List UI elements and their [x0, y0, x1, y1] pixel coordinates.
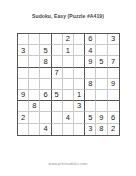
cell-r5c8[interactable] [96, 79, 107, 90]
cell-r3c8[interactable]: 5 [96, 56, 107, 67]
cell-r7c5[interactable] [63, 101, 74, 112]
cell-r8c9[interactable]: 6 [108, 112, 119, 123]
cell-r2c5[interactable]: 1 [63, 45, 74, 56]
cell-r2c6[interactable] [74, 45, 85, 56]
cell-r4c4[interactable]: 7 [52, 68, 63, 79]
cell-r2c4[interactable] [52, 45, 63, 56]
cell-r3c9[interactable]: 7 [108, 56, 119, 67]
cell-r5c4[interactable] [52, 79, 63, 90]
cell-r4c3[interactable] [40, 68, 51, 79]
cell-r4c8[interactable] [96, 68, 107, 79]
cell-r2c1[interactable]: 3 [18, 45, 29, 56]
cell-r2c3[interactable]: 5 [40, 45, 51, 56]
cell-r9c1[interactable] [18, 124, 29, 135]
cell-r3c4[interactable] [52, 56, 63, 67]
cell-r1c3[interactable] [40, 34, 51, 45]
cell-r9c7[interactable]: 3 [85, 124, 96, 135]
cell-r2c2[interactable] [29, 45, 40, 56]
cell-r4c1[interactable] [18, 68, 29, 79]
cell-r7c7[interactable] [85, 101, 96, 112]
cell-r7c9[interactable] [108, 101, 119, 112]
cell-r2c7[interactable]: 4 [85, 45, 96, 56]
cell-r1c2[interactable] [29, 34, 40, 45]
cell-r5c6[interactable] [74, 79, 85, 90]
cell-r4c2[interactable] [29, 68, 40, 79]
cell-r6c3[interactable]: 6 [40, 90, 51, 101]
page-title: Sudoku, Easy (Puzzle #A419) [0, 13, 136, 19]
cell-r1c7[interactable]: 6 [85, 34, 96, 45]
cell-r8c6[interactable] [74, 112, 85, 123]
cell-r8c3[interactable] [40, 112, 51, 123]
cell-r5c2[interactable] [29, 79, 40, 90]
sudoku-board: 26335148957789965183245964382 [17, 33, 120, 136]
cell-r7c2[interactable]: 8 [29, 101, 40, 112]
cell-r3c5[interactable] [63, 56, 74, 67]
cell-r3c1[interactable] [18, 56, 29, 67]
cell-r6c5[interactable] [63, 90, 74, 101]
cell-r9c9[interactable]: 2 [108, 124, 119, 135]
cell-r5c3[interactable] [40, 79, 51, 90]
cell-r3c6[interactable] [74, 56, 85, 67]
cell-r8c2[interactable] [29, 112, 40, 123]
cell-r1c1[interactable] [18, 34, 29, 45]
cell-r5c9[interactable]: 9 [108, 79, 119, 90]
footer-url: www.printsudoku.com [0, 161, 136, 166]
cell-r8c5[interactable]: 4 [63, 112, 74, 123]
cell-r7c3[interactable] [40, 101, 51, 112]
cell-r5c7[interactable]: 8 [85, 79, 96, 90]
cell-r6c6[interactable]: 1 [74, 90, 85, 101]
cell-r1c6[interactable] [74, 34, 85, 45]
cell-r7c8[interactable] [96, 101, 107, 112]
cell-r3c2[interactable] [29, 56, 40, 67]
cell-r9c6[interactable] [74, 124, 85, 135]
cell-r7c6[interactable]: 3 [74, 101, 85, 112]
cell-r9c4[interactable] [52, 124, 63, 135]
cell-r3c7[interactable]: 9 [85, 56, 96, 67]
cell-r6c9[interactable] [108, 90, 119, 101]
cell-r9c2[interactable] [29, 124, 40, 135]
cell-r3c3[interactable]: 8 [40, 56, 51, 67]
cell-r5c1[interactable] [18, 79, 29, 90]
cell-r6c8[interactable] [96, 90, 107, 101]
cell-r4c5[interactable] [63, 68, 74, 79]
cell-r1c5[interactable]: 2 [63, 34, 74, 45]
cell-r1c8[interactable] [96, 34, 107, 45]
cell-r4c9[interactable] [108, 68, 119, 79]
cell-r5c5[interactable] [63, 79, 74, 90]
cell-r2c8[interactable] [96, 45, 107, 56]
cell-r9c5[interactable] [63, 124, 74, 135]
cell-r7c1[interactable] [18, 101, 29, 112]
cell-r6c1[interactable]: 9 [18, 90, 29, 101]
cell-r9c8[interactable]: 8 [96, 124, 107, 135]
cell-r9c3[interactable]: 4 [40, 124, 51, 135]
cell-r8c1[interactable]: 2 [18, 112, 29, 123]
cell-r8c4[interactable] [52, 112, 63, 123]
cell-r7c4[interactable] [52, 101, 63, 112]
cell-r1c4[interactable] [52, 34, 63, 45]
cell-r6c4[interactable]: 5 [52, 90, 63, 101]
cell-r8c7[interactable]: 5 [85, 112, 96, 123]
sudoku-page: Sudoku, Easy (Puzzle #A419) 263351489577… [0, 0, 136, 176]
cell-r4c7[interactable] [85, 68, 96, 79]
cell-r6c2[interactable] [29, 90, 40, 101]
cell-r4c6[interactable] [74, 68, 85, 79]
cell-r6c7[interactable] [85, 90, 96, 101]
cell-r1c9[interactable]: 3 [108, 34, 119, 45]
cell-r8c8[interactable]: 9 [96, 112, 107, 123]
cell-r2c9[interactable] [108, 45, 119, 56]
